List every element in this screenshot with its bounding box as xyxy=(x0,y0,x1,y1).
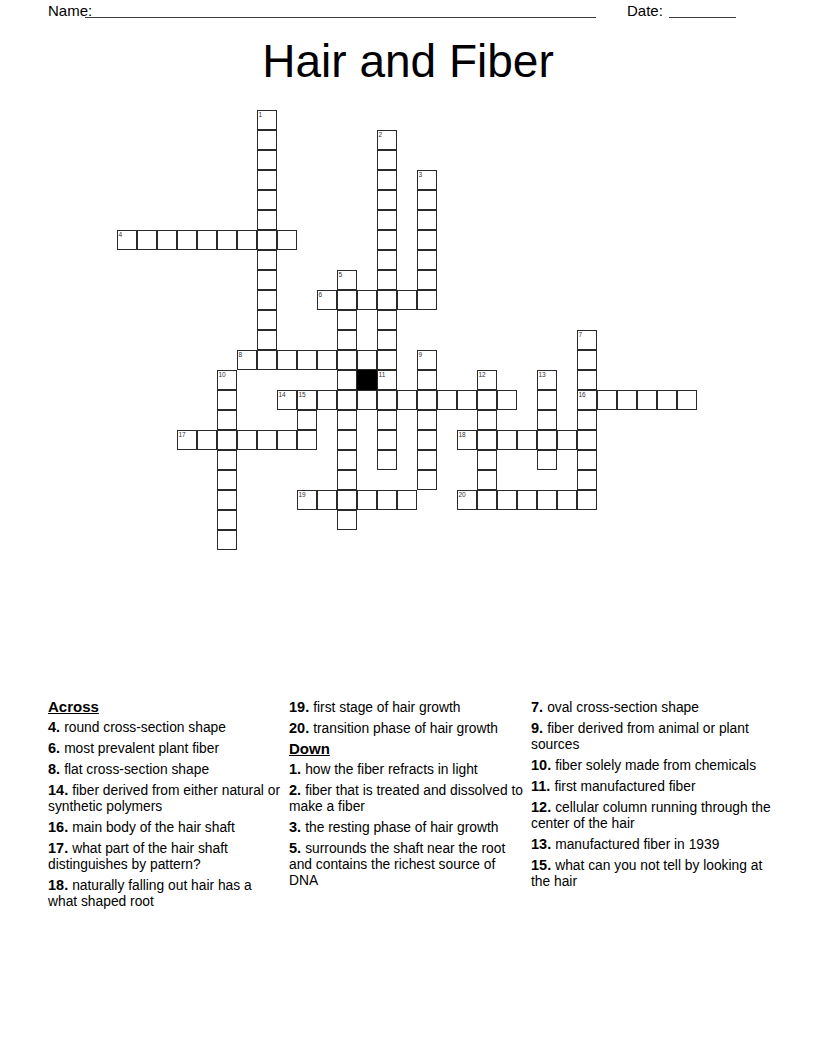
cell-r12-c12[interactable] xyxy=(357,350,377,370)
cell-r9-c12[interactable] xyxy=(357,290,377,310)
clue-number-20: 20 xyxy=(459,491,466,498)
cell-r4-c13[interactable] xyxy=(377,190,397,210)
cell-r17-c5[interactable] xyxy=(217,450,237,470)
cell-r5-c13[interactable] xyxy=(377,210,397,230)
clue-number-7: 7 xyxy=(579,331,583,338)
cell-r16-c8[interactable] xyxy=(277,430,297,450)
cell-r19-c23[interactable] xyxy=(577,490,597,510)
clue-number-18: 18 xyxy=(459,431,466,438)
clue-number-11: 11 xyxy=(379,371,386,378)
cell-r16-c13[interactable] xyxy=(377,430,397,450)
cell-r15-c5[interactable] xyxy=(217,410,237,430)
cell-r2-c13[interactable] xyxy=(377,150,397,170)
cell-r1-c7[interactable] xyxy=(257,130,277,150)
across-header: Across xyxy=(48,699,281,715)
cell-r9-c10[interactable]: 6 xyxy=(317,290,337,310)
cell-r17-c11[interactable] xyxy=(337,450,357,470)
clue-across-20: 20. transition phase of hair growth xyxy=(289,720,526,737)
clue-across-6: 6. most prevalent plant fiber xyxy=(48,740,281,757)
cell-r8-c15[interactable] xyxy=(417,270,437,290)
cell-r12-c23[interactable] xyxy=(577,350,597,370)
cell-r13-c5[interactable]: 10 xyxy=(217,370,237,390)
cell-r19-c17[interactable]: 20 xyxy=(457,490,477,510)
cell-r10-c7[interactable] xyxy=(257,310,277,330)
clue-number-3: 3 xyxy=(419,171,423,178)
cell-r6-c13[interactable] xyxy=(377,230,397,250)
cell-r14-c25[interactable] xyxy=(617,390,637,410)
cell-r14-c13[interactable] xyxy=(377,390,397,410)
cell-r19-c5[interactable] xyxy=(217,490,237,510)
cell-r2-c7[interactable] xyxy=(257,150,277,170)
clue-across-14: 14. fiber derived from either natural or… xyxy=(48,782,281,815)
cell-r11-c23[interactable]: 7 xyxy=(577,330,597,350)
clue-number-13: 13 xyxy=(539,371,546,378)
date-fill-line[interactable] xyxy=(669,1,736,18)
clue-down-10: 10. fiber solely made from chemicals xyxy=(531,757,774,774)
cell-r14-c10[interactable] xyxy=(317,390,337,410)
cell-r19-c18[interactable] xyxy=(477,490,497,510)
cell-r17-c21[interactable] xyxy=(537,450,557,470)
cell-r19-c12[interactable] xyxy=(357,490,377,510)
cell-r12-c10[interactable] xyxy=(317,350,337,370)
cell-r16-c19[interactable] xyxy=(497,430,517,450)
clue-column-2: 19. first stage of hair growth20. transi… xyxy=(289,699,526,893)
cell-r0-c7[interactable]: 1 xyxy=(257,110,277,130)
clue-across-16: 16. main body of the hair shaft xyxy=(48,819,281,836)
cell-r14-c14[interactable] xyxy=(397,390,417,410)
cell-r16-c22[interactable] xyxy=(557,430,577,450)
cell-r6-c5[interactable] xyxy=(217,230,237,250)
cell-r20-c5[interactable] xyxy=(217,510,237,530)
cell-r14-c16[interactable] xyxy=(437,390,457,410)
cell-r13-c13[interactable]: 11 xyxy=(377,370,397,390)
cell-r16-c21[interactable] xyxy=(537,430,557,450)
cell-r14-c27[interactable] xyxy=(657,390,677,410)
cell-r6-c0[interactable]: 4 xyxy=(117,230,137,250)
cell-r18-c15[interactable] xyxy=(417,470,437,490)
cell-r19-c22[interactable] xyxy=(557,490,577,510)
cell-r5-c7[interactable] xyxy=(257,210,277,230)
cell-r7-c7[interactable] xyxy=(257,250,277,270)
cell-r15-c15[interactable] xyxy=(417,410,437,430)
clue-across-17: 17. what part of the hair shaft distingu… xyxy=(48,840,281,873)
clue-down-12: 12. cellular column running through the … xyxy=(531,799,774,832)
clue-across-19: 19. first stage of hair growth xyxy=(289,699,526,716)
cell-r17-c18[interactable] xyxy=(477,450,497,470)
clue-down-15: 15. what can you not tell by looking at … xyxy=(531,857,774,890)
clue-across-8: 8. flat cross-section shape xyxy=(48,761,281,778)
cell-r19-c11[interactable] xyxy=(337,490,357,510)
cell-r16-c7[interactable] xyxy=(257,430,277,450)
cell-r4-c7[interactable] xyxy=(257,190,277,210)
cell-r15-c21[interactable] xyxy=(537,410,557,430)
cell-r16-c17[interactable]: 18 xyxy=(457,430,477,450)
cell-r14-c21[interactable] xyxy=(537,390,557,410)
clue-down-7: 7. oval cross-section shape xyxy=(531,699,774,716)
cell-r12-c15[interactable]: 9 xyxy=(417,350,437,370)
cell-r16-c4[interactable] xyxy=(197,430,217,450)
cell-r9-c7[interactable] xyxy=(257,290,277,310)
clue-number-1: 1 xyxy=(259,111,263,118)
cell-r19-c21[interactable] xyxy=(537,490,557,510)
cell-r3-c15[interactable]: 3 xyxy=(417,170,437,190)
cell-r10-c13[interactable] xyxy=(377,310,397,330)
cell-r15-c13[interactable] xyxy=(377,410,397,430)
cell-r9-c14[interactable] xyxy=(397,290,417,310)
cell-r20-c11[interactable] xyxy=(337,510,357,530)
cell-r12-c9[interactable] xyxy=(297,350,317,370)
cell-r16-c18[interactable] xyxy=(477,430,497,450)
clue-down-13: 13. manufactured fiber in 1939 xyxy=(531,836,774,853)
cell-r14-c18[interactable] xyxy=(477,390,497,410)
down-header: Down xyxy=(289,741,526,757)
cell-r6-c15[interactable] xyxy=(417,230,437,250)
cell-r4-c15[interactable] xyxy=(417,190,437,210)
clue-down-1: 1. how the fiber refracts in light xyxy=(289,761,526,778)
cell-r21-c5[interactable] xyxy=(217,530,237,550)
clue-number-9: 9 xyxy=(419,351,423,358)
cell-r8-c13[interactable] xyxy=(377,270,397,290)
cell-r3-c7[interactable] xyxy=(257,170,277,190)
clue-across-4: 4. round cross-section shape xyxy=(48,719,281,736)
cell-r19-c14[interactable] xyxy=(397,490,417,510)
cell-r14-c15[interactable] xyxy=(417,390,437,410)
cell-r11-c7[interactable] xyxy=(257,330,277,350)
cell-r16-c5[interactable] xyxy=(217,430,237,450)
black-cell xyxy=(357,370,377,390)
clue-number-2: 2 xyxy=(379,131,383,138)
cell-r14-c28[interactable] xyxy=(677,390,697,410)
cell-r14-c24[interactable] xyxy=(597,390,617,410)
clue-number-14: 14 xyxy=(279,391,286,398)
cell-r18-c11[interactable] xyxy=(337,470,357,490)
cell-r9-c13[interactable] xyxy=(377,290,397,310)
cell-r13-c21[interactable]: 13 xyxy=(537,370,557,390)
cell-r10-c11[interactable] xyxy=(337,310,357,330)
clue-across-18: 18. naturally falling out hair has a wha… xyxy=(48,877,281,910)
cell-r6-c3[interactable] xyxy=(177,230,197,250)
cell-r14-c11[interactable] xyxy=(337,390,357,410)
name-fill-line[interactable] xyxy=(85,1,596,18)
cell-r14-c23[interactable]: 16 xyxy=(577,390,597,410)
cell-r17-c15[interactable] xyxy=(417,450,437,470)
clue-down-5: 5. surrounds the shaft near the root and… xyxy=(289,840,526,889)
cell-r14-c8[interactable]: 14 xyxy=(277,390,297,410)
clue-number-19: 19 xyxy=(299,491,306,498)
clue-number-17: 17 xyxy=(179,431,186,438)
cell-r19-c19[interactable] xyxy=(497,490,517,510)
clue-number-5: 5 xyxy=(339,271,343,278)
cell-r19-c20[interactable] xyxy=(517,490,537,510)
cell-r6-c4[interactable] xyxy=(197,230,217,250)
clue-down-11: 11. first manufactured fiber xyxy=(531,778,774,795)
cell-r19-c10[interactable] xyxy=(317,490,337,510)
clue-down-9: 9. fiber derived from animal or plant so… xyxy=(531,720,774,753)
cell-r7-c13[interactable] xyxy=(377,250,397,270)
clue-number-6: 6 xyxy=(319,291,323,298)
cell-r5-c15[interactable] xyxy=(417,210,437,230)
cell-r13-c23[interactable] xyxy=(577,370,597,390)
cell-r6-c8[interactable] xyxy=(277,230,297,250)
cell-r14-c5[interactable] xyxy=(217,390,237,410)
cell-r9-c11[interactable] xyxy=(337,290,357,310)
cell-r12-c8[interactable] xyxy=(277,350,297,370)
clue-number-8: 8 xyxy=(239,351,243,358)
cell-r16-c20[interactable] xyxy=(517,430,537,450)
cell-r19-c13[interactable] xyxy=(377,490,397,510)
clue-down-2: 2. fiber that is treated and dissolved t… xyxy=(289,782,526,815)
clue-number-10: 10 xyxy=(219,371,226,378)
cell-r16-c3[interactable]: 17 xyxy=(177,430,197,450)
cell-r18-c23[interactable] xyxy=(577,470,597,490)
clue-column-3: 7. oval cross-section shape9. fiber deri… xyxy=(531,699,774,894)
cell-r17-c13[interactable] xyxy=(377,450,397,470)
clue-number-16: 16 xyxy=(579,391,586,398)
cell-r8-c7[interactable] xyxy=(257,270,277,290)
cell-r19-c9[interactable]: 19 xyxy=(297,490,317,510)
cell-r18-c5[interactable] xyxy=(217,470,237,490)
cell-r6-c2[interactable] xyxy=(157,230,177,250)
cell-r15-c11[interactable] xyxy=(337,410,357,430)
cell-r12-c7[interactable] xyxy=(257,350,277,370)
cell-r16-c9[interactable] xyxy=(297,430,317,450)
cell-r18-c18[interactable] xyxy=(477,470,497,490)
cell-r14-c19[interactable] xyxy=(497,390,517,410)
cell-r3-c13[interactable] xyxy=(377,170,397,190)
date-label: Date: xyxy=(627,2,663,19)
clue-number-4: 4 xyxy=(119,231,123,238)
cell-r16-c23[interactable] xyxy=(577,430,597,450)
cell-r11-c13[interactable] xyxy=(377,330,397,350)
cell-r16-c15[interactable] xyxy=(417,430,437,450)
cell-r7-c15[interactable] xyxy=(417,250,437,270)
clue-number-15: 15 xyxy=(299,391,306,398)
cell-r14-c9[interactable]: 15 xyxy=(297,390,317,410)
crossword-grid: 1234567891011121314151617181920 xyxy=(117,110,697,550)
cell-r12-c11[interactable] xyxy=(337,350,357,370)
cell-r6-c1[interactable] xyxy=(137,230,157,250)
cell-r6-c7[interactable] xyxy=(257,230,277,250)
puzzle-title: Hair and Fiber xyxy=(0,34,816,88)
cell-r17-c23[interactable] xyxy=(577,450,597,470)
cell-r8-c11[interactable]: 5 xyxy=(337,270,357,290)
cell-r14-c26[interactable] xyxy=(637,390,657,410)
clue-number-12: 12 xyxy=(479,371,486,378)
cell-r9-c15[interactable] xyxy=(417,290,437,310)
cell-r14-c12[interactable] xyxy=(357,390,377,410)
cell-r16-c11[interactable] xyxy=(337,430,357,450)
cell-r13-c15[interactable] xyxy=(417,370,437,390)
clue-down-3: 3. the resting phase of hair growth xyxy=(289,819,526,836)
cell-r1-c13[interactable]: 2 xyxy=(377,130,397,150)
cell-r12-c6[interactable]: 8 xyxy=(237,350,257,370)
cell-r16-c6[interactable] xyxy=(237,430,257,450)
cell-r15-c18[interactable] xyxy=(477,410,497,430)
clue-column-1: Across4. round cross-section shape6. mos… xyxy=(48,699,281,914)
cell-r15-c23[interactable] xyxy=(577,410,597,430)
cell-r12-c13[interactable] xyxy=(377,350,397,370)
cell-r11-c11[interactable] xyxy=(337,330,357,350)
cell-r15-c9[interactable] xyxy=(297,410,317,430)
cell-r13-c18[interactable]: 12 xyxy=(477,370,497,390)
cell-r13-c11[interactable] xyxy=(337,370,357,390)
cell-r6-c6[interactable] xyxy=(237,230,257,250)
cell-r14-c17[interactable] xyxy=(457,390,477,410)
